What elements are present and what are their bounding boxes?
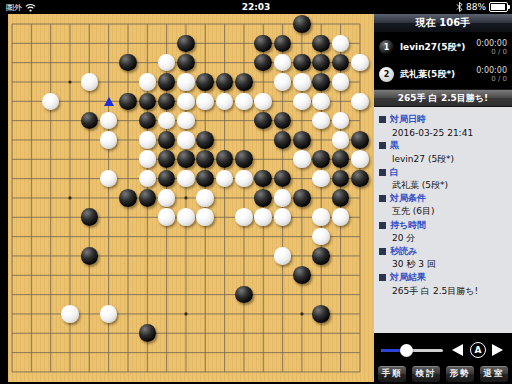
black-stone xyxy=(177,54,195,72)
black-stone xyxy=(216,150,234,168)
black-stone xyxy=(312,54,330,72)
black-stone xyxy=(119,93,137,111)
info-value: 30 秒 3 回 xyxy=(379,258,507,271)
info-label: 秒読み xyxy=(379,245,507,258)
white-stone xyxy=(177,170,195,188)
black-stone xyxy=(293,54,311,72)
black-stone xyxy=(196,131,214,149)
black-stone xyxy=(139,324,157,342)
info-value: levin27 (5段*) xyxy=(379,153,507,166)
black-stone xyxy=(196,150,214,168)
black-stone xyxy=(274,112,292,130)
info-label: 持ち時間 xyxy=(379,219,507,232)
player-row-black: 1 levin27(5段*) 0:00:00 0 / 0 xyxy=(374,34,512,61)
info-label: 対局日時 xyxy=(379,113,507,126)
white-stone xyxy=(332,112,350,130)
white-stone xyxy=(254,208,272,226)
black-stone xyxy=(293,266,311,284)
black-stone xyxy=(293,189,311,207)
white-stone xyxy=(274,189,292,207)
white-stone xyxy=(158,54,176,72)
black-stone xyxy=(351,170,369,188)
white-stone xyxy=(235,208,253,226)
black-stone xyxy=(81,208,99,226)
button-taishitsu[interactable]: 退室 xyxy=(479,365,509,383)
white-stone xyxy=(332,35,350,53)
button-tejun[interactable]: 手順 xyxy=(377,365,407,383)
slider-knob[interactable] xyxy=(400,344,413,357)
white-stone xyxy=(312,208,330,226)
clock-time: 22:03 xyxy=(0,2,512,12)
black-stone xyxy=(196,73,214,91)
black-stone xyxy=(216,73,234,91)
playback-controls: A 手順 検討 形勢 退室 xyxy=(374,333,512,384)
white-stone xyxy=(293,150,311,168)
game-info-panel: 対局日時 2016-03-25 21:41 黒 levin27 (5段*) 白 … xyxy=(374,107,512,337)
white-stone xyxy=(158,208,176,226)
white-stone xyxy=(196,208,214,226)
white-stone xyxy=(274,73,292,91)
autoplay-button[interactable]: A xyxy=(470,342,486,358)
move-counter-header: 現在 106手 xyxy=(374,14,512,33)
bullet-square-icon xyxy=(379,274,386,281)
white-stone xyxy=(274,54,292,72)
white-stone xyxy=(312,170,330,188)
black-stone xyxy=(293,15,311,33)
white-stone xyxy=(293,73,311,91)
black-player-clock: 0:00:00 xyxy=(476,39,507,48)
black-stone xyxy=(158,170,176,188)
white-stone xyxy=(351,54,369,72)
black-stone xyxy=(139,189,157,207)
button-keisei[interactable]: 形勢 xyxy=(445,365,475,383)
black-stone xyxy=(254,189,272,207)
battery-percent: 88% xyxy=(466,2,486,12)
white-stone xyxy=(177,112,195,130)
black-stone xyxy=(293,131,311,149)
white-stone xyxy=(351,93,369,111)
black-player-name: levin27(5段*) xyxy=(400,41,465,54)
white-stone xyxy=(312,112,330,130)
black-player-stone-icon: 1 xyxy=(379,40,394,55)
white-stone xyxy=(332,131,350,149)
white-stone xyxy=(235,170,253,188)
black-stone xyxy=(119,54,137,72)
white-stone xyxy=(139,170,157,188)
move-slider[interactable] xyxy=(381,344,443,357)
black-stone xyxy=(158,150,176,168)
white-stone xyxy=(177,73,195,91)
white-stone xyxy=(139,73,157,91)
white-stone xyxy=(332,73,350,91)
white-stone xyxy=(274,208,292,226)
black-stone xyxy=(274,35,292,53)
black-stone xyxy=(312,247,330,265)
info-label: 黒 xyxy=(379,139,507,152)
white-stone xyxy=(293,93,311,111)
white-stone xyxy=(351,150,369,168)
info-label: 対局結果 xyxy=(379,271,507,284)
white-stone xyxy=(216,93,234,111)
white-stone xyxy=(196,189,214,207)
black-stone xyxy=(254,170,272,188)
white-stone xyxy=(254,93,272,111)
black-stone xyxy=(177,150,195,168)
white-stone xyxy=(100,112,118,130)
black-stone xyxy=(235,150,253,168)
black-stone xyxy=(332,54,350,72)
black-stone xyxy=(332,189,350,207)
white-stone xyxy=(100,305,118,323)
player-panel: 1 levin27(5段*) 0:00:00 0 / 0 2 武礼葉(5段*) … xyxy=(374,33,512,89)
move-marker-triangle xyxy=(104,97,114,106)
black-stone xyxy=(351,131,369,149)
black-stone xyxy=(274,170,292,188)
black-stone xyxy=(312,73,330,91)
black-stone xyxy=(139,93,157,111)
black-stone xyxy=(139,112,157,130)
black-stone xyxy=(254,112,272,130)
bluetooth-icon xyxy=(456,2,463,12)
next-move-button[interactable] xyxy=(492,344,503,356)
bullet-square-icon xyxy=(379,222,386,229)
white-player-clock: 0:00:00 xyxy=(476,66,507,75)
white-player-periods: 0 / 0 xyxy=(476,75,507,83)
info-value: 2016-03-25 21:41 xyxy=(379,126,507,139)
black-stone xyxy=(158,131,176,149)
black-stone xyxy=(235,286,253,304)
bullet-square-icon xyxy=(379,116,386,123)
info-value: 互先 (6目) xyxy=(379,205,507,218)
black-stone xyxy=(177,35,195,53)
button-kento[interactable]: 検討 xyxy=(411,365,441,383)
black-player-periods: 0 / 0 xyxy=(476,48,507,56)
stone-grid xyxy=(2,14,369,381)
black-stone xyxy=(254,54,272,72)
black-stone xyxy=(158,93,176,111)
black-stone xyxy=(235,73,253,91)
white-stone xyxy=(158,112,176,130)
go-board[interactable] xyxy=(8,14,374,382)
white-stone xyxy=(100,170,118,188)
white-stone xyxy=(177,208,195,226)
info-value: 265手 白 2.5目勝ち! xyxy=(379,284,507,297)
result-banner: 265手 白 2.5目勝ち! xyxy=(374,89,512,107)
white-stone xyxy=(177,131,195,149)
info-value: 20 分 xyxy=(379,232,507,245)
black-stone xyxy=(196,170,214,188)
white-stone xyxy=(177,93,195,111)
black-stone xyxy=(158,73,176,91)
black-stone xyxy=(119,189,137,207)
black-stone xyxy=(312,35,330,53)
bullet-square-icon xyxy=(379,169,386,176)
white-stone xyxy=(312,228,330,246)
bullet-square-icon xyxy=(379,248,386,255)
black-stone xyxy=(81,247,99,265)
white-stone xyxy=(81,73,99,91)
white-player-name: 武礼葉(5段*) xyxy=(400,68,455,81)
info-label: 白 xyxy=(379,166,507,179)
white-stone xyxy=(332,208,350,226)
black-stone xyxy=(81,112,99,130)
sidebar: 現在 106手 1 levin27(5段*) 0:00:00 0 / 0 2 武… xyxy=(374,14,512,384)
white-stone xyxy=(158,189,176,207)
black-stone xyxy=(254,35,272,53)
black-stone xyxy=(274,131,292,149)
white-player-stone-icon: 2 xyxy=(379,67,394,82)
white-stone xyxy=(100,131,118,149)
info-label: 対局条件 xyxy=(379,192,507,205)
black-stone xyxy=(312,305,330,323)
battery-icon xyxy=(489,2,508,12)
white-stone xyxy=(139,131,157,149)
status-bar: 圏外 22:03 88% xyxy=(0,0,512,14)
info-value: 武礼葉 (5段*) xyxy=(379,179,507,192)
black-stone xyxy=(332,150,350,168)
bullet-square-icon xyxy=(379,142,386,149)
white-stone xyxy=(196,93,214,111)
white-stone xyxy=(216,170,234,188)
player-row-white: 2 武礼葉(5段*) 0:00:00 0 / 0 xyxy=(374,61,512,88)
prev-move-button[interactable] xyxy=(452,344,463,356)
black-stone xyxy=(332,170,350,188)
white-stone xyxy=(139,150,157,168)
white-stone xyxy=(312,93,330,111)
bullet-square-icon xyxy=(379,195,386,202)
black-stone xyxy=(312,150,330,168)
white-stone xyxy=(61,305,79,323)
white-stone xyxy=(274,247,292,265)
white-stone xyxy=(42,93,60,111)
white-stone xyxy=(235,93,253,111)
